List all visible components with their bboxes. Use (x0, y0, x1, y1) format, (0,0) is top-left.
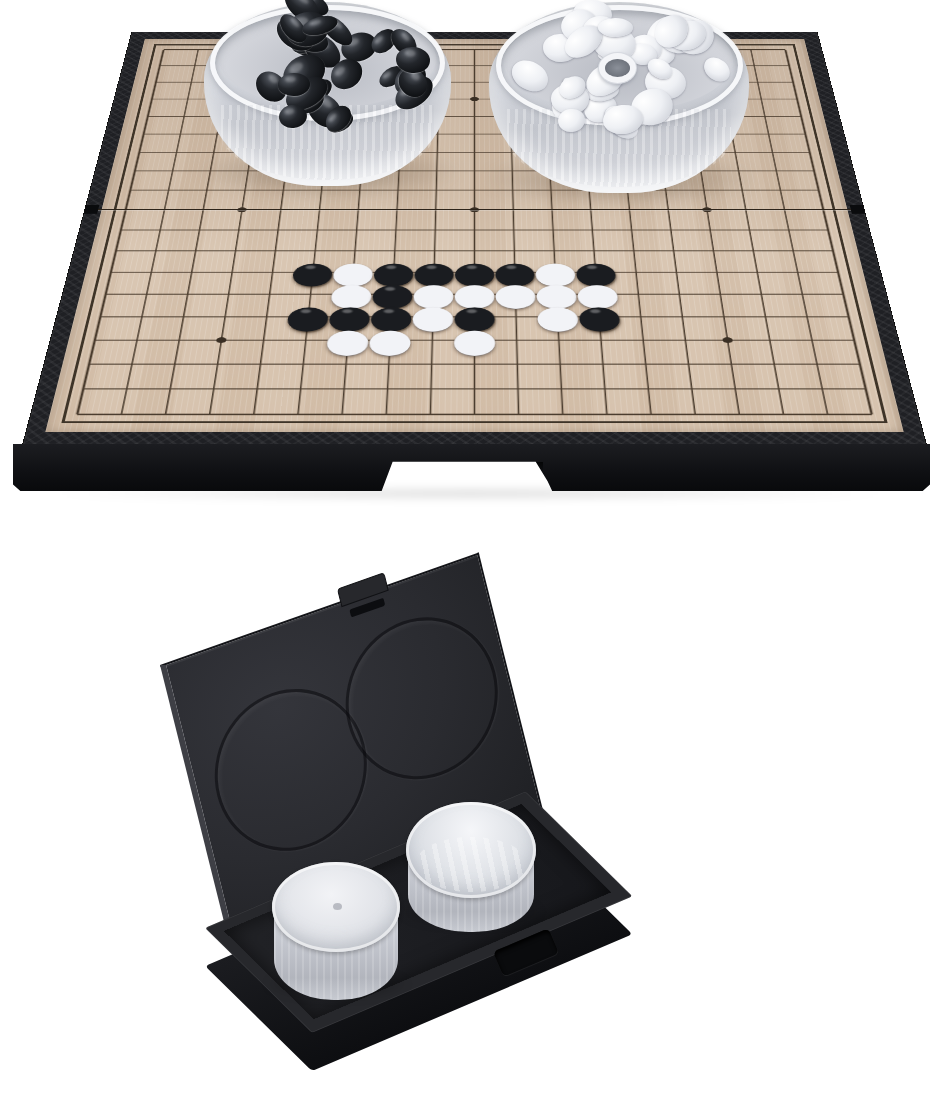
white-bowl-stone (700, 53, 735, 87)
fold-notch-right (850, 205, 865, 214)
go-board: ●●●●●●●●●●●●●●●●●●●●●●●●● (22, 32, 927, 445)
container-domed-lid (406, 802, 536, 898)
magnet-disc (605, 59, 630, 77)
case-front-edge (13, 444, 930, 491)
black-stones-pile (216, 8, 438, 137)
white-stone-bowl (489, 2, 749, 193)
go-stone-white: ● (536, 304, 579, 329)
black-stone-bowl (204, 2, 451, 186)
board-frame: ●●●●●●●●●●●●●●●●●●●●●●●●● (22, 32, 927, 445)
go-stone-white: ● (412, 304, 454, 329)
open-board-photo: ●●●●●●●●●●●●●●●●●●●●●●●●● (0, 0, 940, 510)
go-stone-black: ● (578, 304, 622, 329)
go-stone-white: ● (326, 327, 370, 353)
white-stones-pile (502, 8, 736, 142)
go-stone-white: ● (368, 327, 412, 353)
container-flat-lid (272, 862, 400, 952)
go-stone-white: ● (453, 327, 496, 353)
carry-handle-notch (398, 462, 543, 481)
stone-container-flat (272, 862, 400, 1000)
go-stone-black: ● (291, 260, 334, 284)
white-bowl-stone (507, 55, 554, 98)
go-set-product-photo: ●●●●●●●●●●●●●●●●●●●●●●●●● (0, 0, 940, 1117)
board-stones: ●●●●●●●●●●●●●●●●●●●●●●●●● (77, 50, 872, 415)
stone-container-domed (406, 802, 536, 932)
fold-notch-left (84, 205, 99, 214)
go-stone-black: ● (286, 304, 330, 329)
folded-case-photo (0, 540, 940, 1117)
go-stone-white: ● (495, 282, 537, 306)
